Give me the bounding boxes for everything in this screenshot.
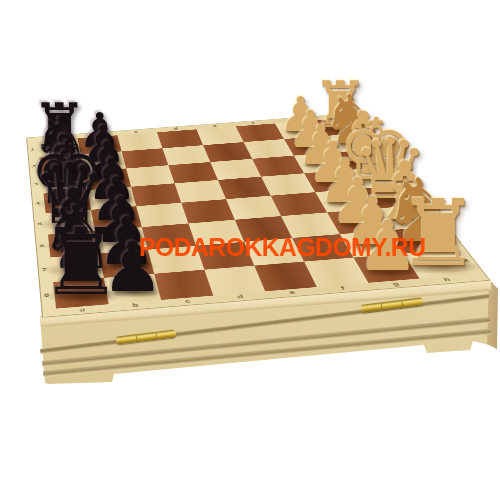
coordinate-label: d [237,294,245,299]
coordinate-label: c [134,130,139,133]
chess-set-photo: aa11bb22cc33dd44ee55ff66gg77hh88 ♜♟♟♜♞♟♟… [0,0,500,500]
coordinate-label: c [184,299,191,304]
coordinate-label: f [251,122,255,125]
coordinate-label: e [212,124,217,127]
coordinate-label: d [173,127,178,130]
watermark-text: PODAROKKAGDOMY.RU [139,232,425,263]
coordinate-label: e [288,290,295,295]
coordinate-label: f [340,286,346,291]
